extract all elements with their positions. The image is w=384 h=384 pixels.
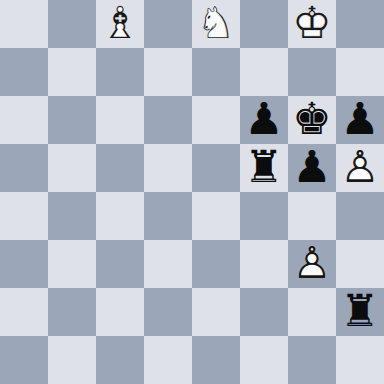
- square-h6[interactable]: ♟: [336, 96, 384, 144]
- square-b8[interactable]: [48, 0, 96, 48]
- pawn-glyph-fill: ♟: [240, 95, 288, 143]
- square-f2[interactable]: [240, 288, 288, 336]
- square-a7[interactable]: [0, 48, 48, 96]
- piece-black-pawn[interactable]: ♟: [288, 144, 336, 192]
- piece-white-bishop[interactable]: ♝♗: [96, 0, 144, 48]
- square-a8[interactable]: [0, 0, 48, 48]
- square-c4[interactable]: [96, 192, 144, 240]
- square-a2[interactable]: [0, 288, 48, 336]
- square-f5[interactable]: ♜: [240, 144, 288, 192]
- pawn-glyph-fill: ♟: [336, 95, 384, 143]
- square-a4[interactable]: [0, 192, 48, 240]
- piece-black-rook[interactable]: ♜: [336, 288, 384, 336]
- chess-board: ♝♗♞♘♚♔♟♚♟♜♟♟♙♟♙♜: [0, 0, 384, 384]
- piece-black-pawn[interactable]: ♟: [336, 96, 384, 144]
- king-glyph-fill: ♚: [288, 95, 336, 143]
- square-d4[interactable]: [144, 192, 192, 240]
- square-c1[interactable]: [96, 336, 144, 384]
- square-b1[interactable]: [48, 336, 96, 384]
- piece-black-pawn[interactable]: ♟: [240, 96, 288, 144]
- square-a5[interactable]: [0, 144, 48, 192]
- square-g6[interactable]: ♚: [288, 96, 336, 144]
- square-b6[interactable]: [48, 96, 96, 144]
- square-h2[interactable]: ♜: [336, 288, 384, 336]
- square-c5[interactable]: [96, 144, 144, 192]
- square-h3[interactable]: [336, 240, 384, 288]
- square-c3[interactable]: [96, 240, 144, 288]
- square-d8[interactable]: [144, 0, 192, 48]
- square-d3[interactable]: [144, 240, 192, 288]
- square-b5[interactable]: [48, 144, 96, 192]
- square-e4[interactable]: [192, 192, 240, 240]
- square-g1[interactable]: [288, 336, 336, 384]
- square-c6[interactable]: [96, 96, 144, 144]
- square-g5[interactable]: ♟: [288, 144, 336, 192]
- square-h4[interactable]: [336, 192, 384, 240]
- square-e2[interactable]: [192, 288, 240, 336]
- piece-white-king[interactable]: ♚♔: [288, 0, 336, 48]
- square-c7[interactable]: [96, 48, 144, 96]
- bishop-glyph-outline: ♗: [96, 0, 144, 47]
- square-c8[interactable]: ♝♗: [96, 0, 144, 48]
- piece-white-pawn[interactable]: ♟♙: [336, 144, 384, 192]
- square-e3[interactable]: [192, 240, 240, 288]
- square-f3[interactable]: [240, 240, 288, 288]
- king-glyph-outline: ♔: [288, 0, 336, 47]
- piece-white-pawn[interactable]: ♟♙: [288, 240, 336, 288]
- square-h7[interactable]: [336, 48, 384, 96]
- piece-black-rook[interactable]: ♜: [240, 144, 288, 192]
- square-d6[interactable]: [144, 96, 192, 144]
- square-g4[interactable]: [288, 192, 336, 240]
- square-f4[interactable]: [240, 192, 288, 240]
- pawn-glyph-outline: ♙: [288, 239, 336, 287]
- pawn-glyph-outline: ♙: [336, 143, 384, 191]
- square-b3[interactable]: [48, 240, 96, 288]
- square-g2[interactable]: [288, 288, 336, 336]
- square-b4[interactable]: [48, 192, 96, 240]
- square-d2[interactable]: [144, 288, 192, 336]
- knight-glyph-outline: ♘: [192, 0, 240, 47]
- square-d1[interactable]: [144, 336, 192, 384]
- square-g7[interactable]: [288, 48, 336, 96]
- rook-glyph-fill: ♜: [336, 287, 384, 335]
- square-e7[interactable]: [192, 48, 240, 96]
- square-b2[interactable]: [48, 288, 96, 336]
- square-e8[interactable]: ♞♘: [192, 0, 240, 48]
- square-g3[interactable]: ♟♙: [288, 240, 336, 288]
- piece-white-knight[interactable]: ♞♘: [192, 0, 240, 48]
- square-h5[interactable]: ♟♙: [336, 144, 384, 192]
- square-e5[interactable]: [192, 144, 240, 192]
- square-g8[interactable]: ♚♔: [288, 0, 336, 48]
- square-f8[interactable]: [240, 0, 288, 48]
- pawn-glyph-fill: ♟: [288, 143, 336, 191]
- rook-glyph-fill: ♜: [240, 143, 288, 191]
- square-c2[interactable]: [96, 288, 144, 336]
- square-b7[interactable]: [48, 48, 96, 96]
- square-d7[interactable]: [144, 48, 192, 96]
- square-a6[interactable]: [0, 96, 48, 144]
- square-d5[interactable]: [144, 144, 192, 192]
- square-f7[interactable]: [240, 48, 288, 96]
- square-f6[interactable]: ♟: [240, 96, 288, 144]
- square-e6[interactable]: [192, 96, 240, 144]
- square-a3[interactable]: [0, 240, 48, 288]
- square-e1[interactable]: [192, 336, 240, 384]
- piece-black-king[interactable]: ♚: [288, 96, 336, 144]
- square-f1[interactable]: [240, 336, 288, 384]
- square-a1[interactable]: [0, 336, 48, 384]
- square-h8[interactable]: [336, 0, 384, 48]
- square-h1[interactable]: [336, 336, 384, 384]
